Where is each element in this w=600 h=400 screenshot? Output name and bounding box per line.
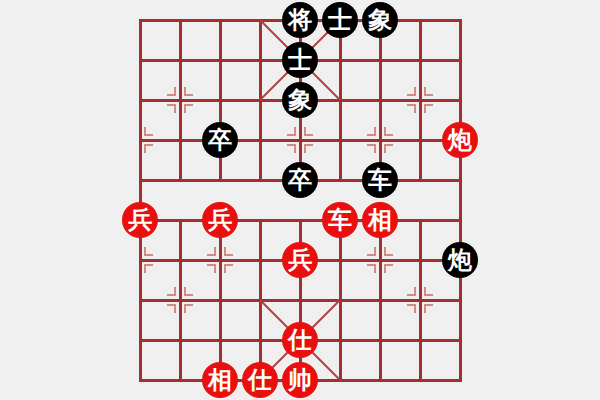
piece-black-chariot[interactable]: 车	[362, 162, 398, 198]
piece-red-chariot[interactable]: 车	[322, 202, 358, 238]
piece-red-soldier-2[interactable]: 兵	[202, 202, 238, 238]
piece-red-elephant-2[interactable]: 相	[202, 362, 238, 398]
piece-black-soldier-1[interactable]: 卒	[202, 122, 238, 158]
piece-black-general[interactable]: 将	[282, 2, 318, 38]
piece-black-cannon[interactable]: 炮	[442, 242, 478, 278]
piece-black-soldier-2[interactable]: 卒	[282, 162, 318, 198]
piece-black-elephant-2[interactable]: 象	[282, 82, 318, 118]
piece-black-elephant-1[interactable]: 象	[362, 2, 398, 38]
piece-red-advisor-1[interactable]: 仕	[282, 322, 318, 358]
piece-red-advisor-2[interactable]: 仕	[242, 362, 278, 398]
piece-red-soldier-1[interactable]: 兵	[122, 202, 158, 238]
piece-layer: 将士象士象卒卒车炮炮兵兵车相兵仕相仕帅	[120, 0, 480, 400]
piece-red-cannon[interactable]: 炮	[442, 122, 478, 158]
piece-red-general[interactable]: 帅	[282, 362, 318, 398]
piece-black-advisor-1[interactable]: 士	[322, 2, 358, 38]
piece-black-advisor-2[interactable]: 士	[282, 42, 318, 78]
xiangqi-board: 将士象士象卒卒车炮炮兵兵车相兵仕相仕帅	[0, 0, 600, 400]
piece-red-soldier-3[interactable]: 兵	[282, 242, 318, 278]
piece-red-elephant-1[interactable]: 相	[362, 202, 398, 238]
